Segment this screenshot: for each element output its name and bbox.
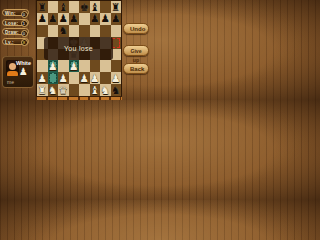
- piece-black-rook-a8: ♜: [37, 1, 48, 13]
- player-panel: White ♟ me: [2, 56, 34, 88]
- player-name: me: [7, 79, 14, 85]
- square-g8[interactable]: [100, 1, 111, 13]
- piece-white-pawn-b3: ♟: [48, 60, 59, 72]
- piece-black-pawn-c7: ♟: [58, 12, 69, 24]
- square-b3[interactable]: ♟: [48, 60, 59, 72]
- white-pawn-icon: ♟: [19, 66, 28, 78]
- stat-win-label: Win:: [5, 11, 16, 16]
- square-h6[interactable]: [111, 25, 122, 37]
- piece-black-pawn-a7: ♟: [37, 12, 48, 24]
- square-g3[interactable]: [100, 60, 111, 72]
- piece-white-queen-c1: ♛: [58, 84, 69, 96]
- square-c6[interactable]: ♞: [58, 25, 69, 37]
- square-g1[interactable]: ♞: [100, 84, 111, 96]
- square-c8[interactable]: ♝: [58, 1, 69, 13]
- piece-black-bishop-f8: ♝: [90, 1, 101, 13]
- piece-black-pawn-h7: ♟: [111, 12, 122, 24]
- piece-white-bishop-f1: ♝: [90, 84, 101, 96]
- stat-win-bar: Win: 0: [2, 9, 29, 16]
- square-c3[interactable]: [58, 60, 69, 72]
- piece-black-pawn-g7: ♟: [100, 12, 111, 24]
- square-b8[interactable]: [48, 1, 59, 13]
- square-e2[interactable]: ♟: [79, 72, 90, 84]
- avatar-shirt: [7, 71, 18, 76]
- back-button-label: Back: [130, 65, 142, 74]
- undo-button[interactable]: Undo: [123, 23, 149, 34]
- piece-white-pawn-d3: ♟: [69, 60, 80, 72]
- square-d6[interactable]: [69, 25, 80, 37]
- undo-button-label: Undo: [130, 25, 142, 34]
- square-a8[interactable]: ♜: [37, 1, 48, 13]
- game-result-message: You lose: [64, 45, 93, 52]
- square-d7[interactable]: ♟: [69, 13, 80, 25]
- square-g2[interactable]: [100, 72, 111, 84]
- square-f1[interactable]: ♝: [90, 84, 101, 96]
- stat-lose-label: Lose:: [5, 21, 18, 26]
- square-b2[interactable]: [48, 72, 59, 84]
- square-a3[interactable]: [37, 60, 48, 72]
- square-e7[interactable]: [79, 13, 90, 25]
- stat-level-bar: Lv.: 8: [2, 38, 29, 45]
- piece-black-knight-c6: ♞: [58, 24, 69, 36]
- piece-white-knight-b1: ♞: [48, 84, 59, 96]
- piece-white-pawn-h2: ♟: [111, 72, 122, 84]
- square-e8[interactable]: ♚: [79, 1, 90, 13]
- square-d3[interactable]: ♟: [69, 60, 80, 72]
- square-e3[interactable]: [79, 60, 90, 72]
- avatar-face: [9, 63, 16, 70]
- square-f3[interactable]: [90, 60, 101, 72]
- square-g7[interactable]: ♟: [100, 13, 111, 25]
- square-f7[interactable]: ♟: [90, 13, 101, 25]
- square-f8[interactable]: ♝: [90, 1, 101, 13]
- chess-app-window: { "game": "chess", "stats": { "rows": [ …: [0, 0, 150, 100]
- square-d1[interactable]: [69, 84, 80, 96]
- give-up-button[interactable]: Give up: [123, 45, 149, 56]
- square-e6[interactable]: [79, 25, 90, 37]
- square-h2[interactable]: ♟: [111, 72, 122, 84]
- square-h1[interactable]: ♞: [111, 84, 122, 96]
- piece-black-knight-h1: ♞: [111, 84, 122, 96]
- piece-black-pawn-b7: ♟: [48, 12, 59, 24]
- stat-level-label: Lv.:: [5, 40, 14, 45]
- square-f6[interactable]: [90, 25, 101, 37]
- give-up-button-label: Give up: [130, 47, 142, 65]
- stat-draw-value: 0: [21, 30, 28, 37]
- square-b6[interactable]: [48, 25, 59, 37]
- stat-draw-label: Draw:: [5, 30, 19, 35]
- game-result-overlay: You lose: [44, 37, 113, 60]
- board-bottom-frame: [36, 96, 122, 100]
- piece-white-pawn-e2: ♟: [79, 72, 90, 84]
- stat-level-value: 8: [21, 39, 28, 46]
- square-e1[interactable]: [79, 84, 90, 96]
- square-c7[interactable]: ♟: [58, 13, 69, 25]
- square-d2[interactable]: [69, 72, 80, 84]
- stat-lose-bar: Lose: 1: [2, 19, 29, 26]
- square-a7[interactable]: ♟: [37, 13, 48, 25]
- stat-draw-bar: Draw: 0: [2, 28, 29, 35]
- square-g6[interactable]: [100, 25, 111, 37]
- square-c2[interactable]: ♟: [58, 72, 69, 84]
- piece-black-pawn-f7: ♟: [90, 12, 101, 24]
- stat-lose-value: 1: [21, 20, 28, 27]
- piece-black-rook-h8: ♜: [111, 1, 122, 13]
- piece-white-pawn-c2: ♟: [58, 72, 69, 84]
- square-h7[interactable]: ♟: [111, 13, 122, 25]
- piece-white-pawn-a2: ♟: [37, 72, 48, 84]
- back-button[interactable]: Back: [123, 63, 149, 74]
- square-a1[interactable]: ♜: [37, 84, 48, 96]
- piece-white-knight-g1: ♞: [100, 84, 111, 96]
- square-a2[interactable]: ♟: [37, 72, 48, 84]
- stat-win-value: 0: [21, 11, 28, 18]
- piece-white-rook-a1: ♜: [37, 84, 48, 96]
- square-d8[interactable]: [69, 1, 80, 13]
- piece-black-bishop-c8: ♝: [58, 1, 69, 13]
- square-h3[interactable]: [111, 60, 122, 72]
- square-f2[interactable]: ♟: [90, 72, 101, 84]
- square-c1[interactable]: ♛: [58, 84, 69, 96]
- square-b1[interactable]: ♞: [48, 84, 59, 96]
- square-b7[interactable]: ♟: [48, 13, 59, 25]
- square-h8[interactable]: ♜: [111, 1, 122, 13]
- piece-black-pawn-d7: ♟: [69, 12, 80, 24]
- square-a6[interactable]: [37, 25, 48, 37]
- piece-white-pawn-f2: ♟: [90, 72, 101, 84]
- piece-black-king-e8: ♚: [79, 1, 90, 13]
